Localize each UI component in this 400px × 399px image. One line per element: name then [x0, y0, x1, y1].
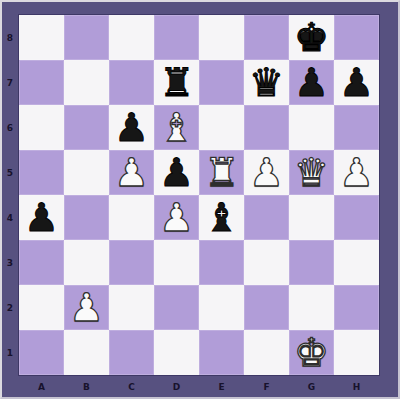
piece-black-queen: ♛	[249, 60, 284, 105]
piece-black-pawn: ♟	[159, 150, 194, 195]
square-h3[interactable]	[334, 240, 379, 285]
rank-label-1: 1	[2, 330, 18, 375]
chess-board-frame: 87654321 ♚♜♛♟♟♟♝♟♟♜♟♛♟♟♟♝♟♚ ABCDEFGH	[0, 0, 400, 399]
square-f8[interactable]	[244, 15, 289, 60]
piece-white-pawn: ♟	[339, 150, 374, 195]
square-e7[interactable]	[199, 60, 244, 105]
file-label-f: F	[244, 377, 289, 397]
rank-label-8: 8	[2, 15, 18, 60]
square-c5[interactable]: ♟	[109, 150, 154, 195]
square-d1[interactable]	[154, 330, 199, 375]
square-e8[interactable]	[199, 15, 244, 60]
square-d8[interactable]	[154, 15, 199, 60]
piece-black-bishop: ♝	[204, 195, 239, 240]
piece-black-pawn: ♟	[339, 60, 374, 105]
square-f2[interactable]	[244, 285, 289, 330]
file-label-a: A	[19, 377, 64, 397]
piece-black-pawn: ♟	[24, 195, 59, 240]
file-label-h: H	[334, 377, 379, 397]
file-label-g: G	[289, 377, 334, 397]
piece-black-pawn: ♟	[114, 105, 149, 150]
square-g2[interactable]	[289, 285, 334, 330]
square-f4[interactable]	[244, 195, 289, 240]
square-d3[interactable]	[154, 240, 199, 285]
piece-white-queen: ♛	[294, 150, 329, 195]
square-c7[interactable]	[109, 60, 154, 105]
square-h8[interactable]	[334, 15, 379, 60]
piece-black-king: ♚	[294, 15, 329, 60]
chess-board: ♚♜♛♟♟♟♝♟♟♜♟♛♟♟♟♝♟♚	[18, 14, 380, 376]
square-e5[interactable]: ♜	[199, 150, 244, 195]
file-label-c: C	[109, 377, 154, 397]
square-c2[interactable]	[109, 285, 154, 330]
square-a6[interactable]	[19, 105, 64, 150]
square-c4[interactable]	[109, 195, 154, 240]
rank-label-6: 6	[2, 105, 18, 150]
square-b3[interactable]	[64, 240, 109, 285]
square-h1[interactable]	[334, 330, 379, 375]
square-b5[interactable]	[64, 150, 109, 195]
square-e1[interactable]	[199, 330, 244, 375]
square-e3[interactable]	[199, 240, 244, 285]
piece-white-pawn: ♟	[69, 285, 104, 330]
piece-black-rook: ♜	[159, 60, 194, 105]
square-g1[interactable]: ♚	[289, 330, 334, 375]
square-a2[interactable]	[19, 285, 64, 330]
square-h5[interactable]: ♟	[334, 150, 379, 195]
rank-label-3: 3	[2, 240, 18, 285]
square-g3[interactable]	[289, 240, 334, 285]
square-f1[interactable]	[244, 330, 289, 375]
piece-black-pawn: ♟	[294, 60, 329, 105]
square-c3[interactable]	[109, 240, 154, 285]
square-f5[interactable]: ♟	[244, 150, 289, 195]
square-h4[interactable]	[334, 195, 379, 240]
square-h7[interactable]: ♟	[334, 60, 379, 105]
rank-label-4: 4	[2, 195, 18, 240]
square-d5[interactable]: ♟	[154, 150, 199, 195]
square-d6[interactable]: ♝	[154, 105, 199, 150]
rank-labels: 87654321	[2, 15, 18, 375]
piece-white-bishop: ♝	[159, 105, 194, 150]
square-d2[interactable]	[154, 285, 199, 330]
square-a3[interactable]	[19, 240, 64, 285]
square-c8[interactable]	[109, 15, 154, 60]
square-a8[interactable]	[19, 15, 64, 60]
square-b8[interactable]	[64, 15, 109, 60]
rank-label-2: 2	[2, 285, 18, 330]
file-label-e: E	[199, 377, 244, 397]
square-h2[interactable]	[334, 285, 379, 330]
square-d7[interactable]: ♜	[154, 60, 199, 105]
square-e6[interactable]	[199, 105, 244, 150]
square-e4[interactable]: ♝	[199, 195, 244, 240]
square-a1[interactable]	[19, 330, 64, 375]
file-labels: ABCDEFGH	[19, 377, 379, 397]
square-b7[interactable]	[64, 60, 109, 105]
rank-label-7: 7	[2, 60, 18, 105]
square-a5[interactable]	[19, 150, 64, 195]
file-label-b: B	[64, 377, 109, 397]
square-c6[interactable]: ♟	[109, 105, 154, 150]
square-h6[interactable]	[334, 105, 379, 150]
square-b1[interactable]	[64, 330, 109, 375]
square-g4[interactable]	[289, 195, 334, 240]
square-g8[interactable]: ♚	[289, 15, 334, 60]
square-f3[interactable]	[244, 240, 289, 285]
square-f7[interactable]: ♛	[244, 60, 289, 105]
piece-white-pawn: ♟	[114, 150, 149, 195]
square-f6[interactable]	[244, 105, 289, 150]
square-a4[interactable]: ♟	[19, 195, 64, 240]
piece-white-pawn: ♟	[159, 195, 194, 240]
square-g6[interactable]	[289, 105, 334, 150]
square-d4[interactable]: ♟	[154, 195, 199, 240]
piece-white-rook: ♜	[204, 150, 239, 195]
piece-white-pawn: ♟	[249, 150, 284, 195]
square-b2[interactable]: ♟	[64, 285, 109, 330]
square-g5[interactable]: ♛	[289, 150, 334, 195]
square-e2[interactable]	[199, 285, 244, 330]
file-label-d: D	[154, 377, 199, 397]
square-c1[interactable]	[109, 330, 154, 375]
square-g7[interactable]: ♟	[289, 60, 334, 105]
rank-label-5: 5	[2, 150, 18, 195]
square-b6[interactable]	[64, 105, 109, 150]
piece-white-king: ♚	[294, 330, 329, 375]
square-b4[interactable]	[64, 195, 109, 240]
square-a7[interactable]	[19, 60, 64, 105]
